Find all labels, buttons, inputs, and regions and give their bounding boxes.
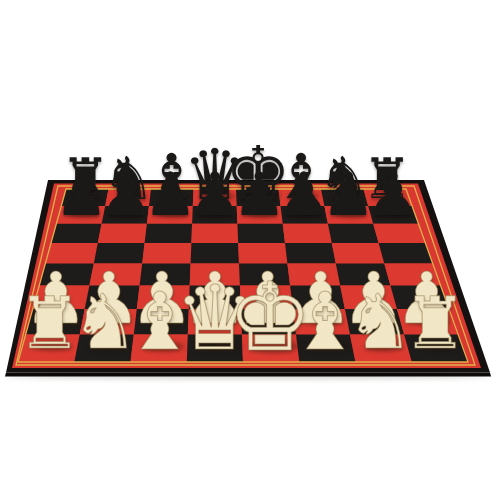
white-rook-h1: ♜ [403, 289, 467, 361]
chess-set-photo: ♜♞♝♛♚♝♞♜♟♟♟♟♟♟♟♟♟♟♟♟♟♟♟♟♜♞♝♛♚♝♞♜ [0, 0, 500, 500]
chess-board [0, 0, 500, 500]
board-front-edge [5, 373, 491, 377]
black-pawn-h7: ♟ [366, 165, 420, 225]
